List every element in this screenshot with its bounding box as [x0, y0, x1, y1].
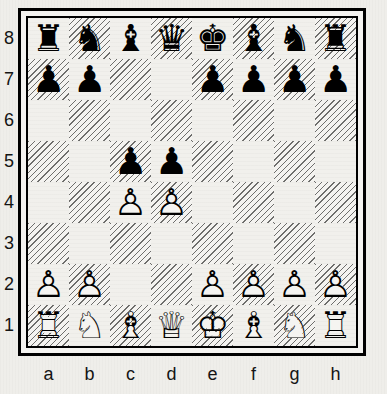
square-h4[interactable]: [315, 182, 356, 223]
square-g8[interactable]: ♞: [274, 18, 315, 59]
file-label-a: a: [28, 358, 69, 390]
piece-white-pawn: ♟♙: [69, 264, 110, 305]
chess-board: ♜♞♝♛♚♝♞♜♟♟♟♟♟♟♟♟♟♙♟♙♟♙♟♙♟♙♟♙♟♙♟♙♜♖♞♘♝♗♛♕…: [28, 18, 356, 346]
piece-black-pawn: ♟: [69, 59, 110, 100]
rank-labels: 87654321: [0, 18, 18, 346]
square-c1[interactable]: ♝♗: [110, 305, 151, 346]
square-g2[interactable]: ♟♙: [274, 264, 315, 305]
square-e2[interactable]: ♟♙: [192, 264, 233, 305]
square-e7[interactable]: ♟: [192, 59, 233, 100]
square-d1[interactable]: ♛♕: [151, 305, 192, 346]
piece-white-rook: ♜♖: [315, 305, 356, 346]
piece-white-knight: ♞♘: [69, 305, 110, 346]
rank-label-5: 5: [0, 141, 18, 182]
piece-black-pawn: ♟: [151, 141, 192, 182]
piece-black-pawn: ♟: [315, 59, 356, 100]
rank-label-3: 3: [0, 223, 18, 264]
square-h8[interactable]: ♜: [315, 18, 356, 59]
piece-white-pawn: ♟♙: [151, 182, 192, 223]
square-f1[interactable]: ♝♗: [233, 305, 274, 346]
rank-label-6: 6: [0, 100, 18, 141]
square-e1[interactable]: ♚♔: [192, 305, 233, 346]
piece-white-pawn: ♟♙: [110, 182, 151, 223]
chess-diagram-page: 87654321 ♜♞♝♛♚♝♞♜♟♟♟♟♟♟♟♟♟♙♟♙♟♙♟♙♟♙♟♙♟♙♟…: [0, 0, 387, 394]
square-c4[interactable]: ♟♙: [110, 182, 151, 223]
square-a7[interactable]: ♟: [28, 59, 69, 100]
file-label-f: f: [233, 358, 274, 390]
file-label-g: g: [274, 358, 315, 390]
piece-black-pawn: ♟: [233, 59, 274, 100]
piece-white-knight: ♞♘: [274, 305, 315, 346]
piece-black-queen: ♛: [151, 18, 192, 59]
square-d3[interactable]: [151, 223, 192, 264]
rank-label-4: 4: [0, 182, 18, 223]
piece-black-bishop: ♝: [110, 18, 151, 59]
piece-white-bishop: ♝♗: [110, 305, 151, 346]
piece-black-pawn: ♟: [192, 59, 233, 100]
square-c5[interactable]: ♟: [110, 141, 151, 182]
rank-label-7: 7: [0, 59, 18, 100]
square-e4[interactable]: [192, 182, 233, 223]
square-d5[interactable]: ♟: [151, 141, 192, 182]
piece-white-pawn: ♟♙: [274, 264, 315, 305]
square-d4[interactable]: ♟♙: [151, 182, 192, 223]
square-b1[interactable]: ♞♘: [69, 305, 110, 346]
square-e8[interactable]: ♚: [192, 18, 233, 59]
file-label-c: c: [110, 358, 151, 390]
square-b4[interactable]: [69, 182, 110, 223]
square-f6[interactable]: [233, 100, 274, 141]
square-h1[interactable]: ♜♖: [315, 305, 356, 346]
piece-white-pawn: ♟♙: [233, 264, 274, 305]
piece-white-pawn: ♟♙: [315, 264, 356, 305]
square-f2[interactable]: ♟♙: [233, 264, 274, 305]
square-f8[interactable]: ♝: [233, 18, 274, 59]
square-a2[interactable]: ♟♙: [28, 264, 69, 305]
file-label-e: e: [192, 358, 233, 390]
square-a3[interactable]: [28, 223, 69, 264]
square-a1[interactable]: ♜♖: [28, 305, 69, 346]
piece-black-rook: ♜: [315, 18, 356, 59]
square-h2[interactable]: ♟♙: [315, 264, 356, 305]
square-c3[interactable]: [110, 223, 151, 264]
square-g4[interactable]: [274, 182, 315, 223]
square-a4[interactable]: [28, 182, 69, 223]
square-d7[interactable]: [151, 59, 192, 100]
square-a8[interactable]: ♜: [28, 18, 69, 59]
file-label-b: b: [69, 358, 110, 390]
square-g1[interactable]: ♞♘: [274, 305, 315, 346]
piece-white-bishop: ♝♗: [233, 305, 274, 346]
square-b5[interactable]: [69, 141, 110, 182]
square-c6[interactable]: [110, 100, 151, 141]
square-d2[interactable]: [151, 264, 192, 305]
square-a6[interactable]: [28, 100, 69, 141]
square-b7[interactable]: ♟: [69, 59, 110, 100]
piece-black-pawn: ♟: [28, 59, 69, 100]
piece-white-pawn: ♟♙: [192, 264, 233, 305]
square-g5[interactable]: [274, 141, 315, 182]
square-f4[interactable]: [233, 182, 274, 223]
piece-white-pawn: ♟♙: [28, 264, 69, 305]
square-h5[interactable]: [315, 141, 356, 182]
piece-black-knight: ♞: [274, 18, 315, 59]
file-labels: abcdefgh: [28, 358, 356, 390]
piece-black-king: ♚: [192, 18, 233, 59]
rank-label-8: 8: [0, 18, 18, 59]
rank-label-1: 1: [0, 305, 18, 346]
file-label-h: h: [315, 358, 356, 390]
square-c2[interactable]: [110, 264, 151, 305]
square-h3[interactable]: [315, 223, 356, 264]
piece-black-rook: ♜: [28, 18, 69, 59]
square-b3[interactable]: [69, 223, 110, 264]
square-c8[interactable]: ♝: [110, 18, 151, 59]
square-c7[interactable]: [110, 59, 151, 100]
piece-white-queen: ♛♕: [151, 305, 192, 346]
square-g7[interactable]: ♟: [274, 59, 315, 100]
square-b8[interactable]: ♞: [69, 18, 110, 59]
square-d6[interactable]: [151, 100, 192, 141]
board-frame: ♜♞♝♛♚♝♞♜♟♟♟♟♟♟♟♟♟♙♟♙♟♙♟♙♟♙♟♙♟♙♟♙♜♖♞♘♝♗♛♕…: [18, 8, 366, 356]
piece-white-rook: ♜♖: [28, 305, 69, 346]
square-f3[interactable]: [233, 223, 274, 264]
square-e3[interactable]: [192, 223, 233, 264]
piece-black-pawn: ♟: [274, 59, 315, 100]
rank-label-2: 2: [0, 264, 18, 305]
square-h6[interactable]: [315, 100, 356, 141]
square-g3[interactable]: [274, 223, 315, 264]
square-f5[interactable]: [233, 141, 274, 182]
square-d8[interactable]: ♛: [151, 18, 192, 59]
square-f7[interactable]: ♟: [233, 59, 274, 100]
square-g6[interactable]: [274, 100, 315, 141]
file-label-d: d: [151, 358, 192, 390]
square-b6[interactable]: [69, 100, 110, 141]
square-e5[interactable]: [192, 141, 233, 182]
piece-black-pawn: ♟: [110, 141, 151, 182]
piece-black-knight: ♞: [69, 18, 110, 59]
board-inner-frame: ♜♞♝♛♚♝♞♜♟♟♟♟♟♟♟♟♟♙♟♙♟♙♟♙♟♙♟♙♟♙♟♙♜♖♞♘♝♗♛♕…: [26, 16, 358, 348]
square-a5[interactable]: [28, 141, 69, 182]
square-h7[interactable]: ♟: [315, 59, 356, 100]
piece-white-king: ♚♔: [192, 305, 233, 346]
square-e6[interactable]: [192, 100, 233, 141]
piece-black-bishop: ♝: [233, 18, 274, 59]
square-b2[interactable]: ♟♙: [69, 264, 110, 305]
